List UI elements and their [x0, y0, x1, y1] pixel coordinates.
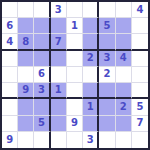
sudoku-board: 346154872346293112559793: [0, 0, 150, 150]
sudoku-digit: 7: [136, 118, 143, 128]
sudoku-cell-r3c2[interactable]: 8: [18, 34, 34, 50]
sudoku-digit: 2: [120, 102, 127, 112]
sudoku-digit: 9: [6, 135, 13, 145]
sudoku-digit: 4: [120, 53, 127, 63]
sudoku-cell-r3c7[interactable]: [99, 34, 115, 50]
sudoku-cell-r6c5[interactable]: [67, 83, 83, 99]
sudoku-cell-r8c8[interactable]: [116, 116, 132, 132]
sudoku-cell-r5c5[interactable]: [67, 67, 83, 83]
sudoku-cell-r4c7[interactable]: 3: [99, 51, 115, 67]
sudoku-cell-r9c6[interactable]: 3: [83, 132, 99, 148]
sudoku-cell-r4c6[interactable]: 2: [83, 51, 99, 67]
sudoku-cell-r6c4[interactable]: 1: [51, 83, 67, 99]
sudoku-digit: 2: [103, 69, 110, 79]
sudoku-cell-r3c5[interactable]: [67, 34, 83, 50]
sudoku-digit: 8: [22, 37, 29, 47]
sudoku-digit: 3: [55, 5, 62, 15]
sudoku-cell-r5c4[interactable]: [51, 67, 67, 83]
sudoku-digit: 4: [136, 5, 143, 15]
sudoku-cell-r2c5[interactable]: 1: [67, 18, 83, 34]
sudoku-cell-r5c9[interactable]: [132, 67, 148, 83]
sudoku-cell-r7c9[interactable]: 5: [132, 99, 148, 115]
sudoku-cell-r3c9[interactable]: [132, 34, 148, 50]
sudoku-cell-r1c2[interactable]: [18, 2, 34, 18]
sudoku-cell-r9c4[interactable]: [51, 132, 67, 148]
sudoku-cell-r2c8[interactable]: [116, 18, 132, 34]
sudoku-digit: 5: [103, 21, 110, 31]
sudoku-cell-r8c9[interactable]: 7: [132, 116, 148, 132]
sudoku-cell-r3c4[interactable]: 7: [51, 34, 67, 50]
sudoku-cell-r7c1[interactable]: [2, 99, 18, 115]
sudoku-cell-r6c7[interactable]: [99, 83, 115, 99]
sudoku-cell-r8c4[interactable]: [51, 116, 67, 132]
sudoku-cell-r5c3[interactable]: 6: [34, 67, 50, 83]
sudoku-cell-r4c3[interactable]: [34, 51, 50, 67]
sudoku-cell-r5c6[interactable]: [83, 67, 99, 83]
sudoku-cell-r5c8[interactable]: [116, 67, 132, 83]
sudoku-digit: 3: [103, 53, 110, 63]
sudoku-cell-r4c1[interactable]: [2, 51, 18, 67]
sudoku-cell-r8c3[interactable]: 5: [34, 116, 50, 132]
sudoku-cell-r9c8[interactable]: [116, 132, 132, 148]
sudoku-cell-r1c6[interactable]: [83, 2, 99, 18]
sudoku-digit: 9: [22, 85, 29, 95]
sudoku-cell-r6c2[interactable]: 9: [18, 83, 34, 99]
sudoku-cell-r1c3[interactable]: [34, 2, 50, 18]
sudoku-cell-r2c2[interactable]: [18, 18, 34, 34]
sudoku-digit: 3: [87, 135, 94, 145]
sudoku-cell-r1c4[interactable]: 3: [51, 2, 67, 18]
sudoku-cell-r6c8[interactable]: [116, 83, 132, 99]
sudoku-cell-r8c5[interactable]: 9: [67, 116, 83, 132]
sudoku-cell-r9c5[interactable]: [67, 132, 83, 148]
sudoku-cell-r3c8[interactable]: [116, 34, 132, 50]
sudoku-cell-r8c1[interactable]: [2, 116, 18, 132]
sudoku-digit: 1: [87, 102, 94, 112]
sudoku-cell-r5c1[interactable]: [2, 67, 18, 83]
sudoku-cell-r2c3[interactable]: [34, 18, 50, 34]
sudoku-cell-r1c8[interactable]: [116, 2, 132, 18]
sudoku-cell-r6c3[interactable]: 3: [34, 83, 50, 99]
sudoku-cell-r2c7[interactable]: 5: [99, 18, 115, 34]
sudoku-digit: 5: [136, 102, 143, 112]
sudoku-digit: 5: [38, 118, 45, 128]
sudoku-cell-r7c7[interactable]: [99, 99, 115, 115]
sudoku-digit: 1: [71, 21, 78, 31]
sudoku-cell-r2c9[interactable]: [132, 18, 148, 34]
sudoku-cell-r2c4[interactable]: [51, 18, 67, 34]
sudoku-cell-r4c4[interactable]: [51, 51, 67, 67]
sudoku-cell-r3c3[interactable]: [34, 34, 50, 50]
sudoku-cell-r1c9[interactable]: 4: [132, 2, 148, 18]
sudoku-cell-r9c3[interactable]: [34, 132, 50, 148]
sudoku-digit: 7: [55, 37, 62, 47]
sudoku-cell-r9c1[interactable]: 9: [2, 132, 18, 148]
sudoku-cell-r7c8[interactable]: 2: [116, 99, 132, 115]
sudoku-cell-r1c7[interactable]: [99, 2, 115, 18]
sudoku-cell-r1c1[interactable]: [2, 2, 18, 18]
sudoku-cell-r6c6[interactable]: [83, 83, 99, 99]
sudoku-digit: 2: [87, 53, 94, 63]
sudoku-cell-r8c6[interactable]: [83, 116, 99, 132]
sudoku-digit: 1: [55, 85, 62, 95]
sudoku-cell-r9c9[interactable]: [132, 132, 148, 148]
sudoku-cell-r9c7[interactable]: [99, 132, 115, 148]
sudoku-cell-r8c7[interactable]: [99, 116, 115, 132]
sudoku-cell-r5c2[interactable]: [18, 67, 34, 83]
sudoku-cell-r3c6[interactable]: [83, 34, 99, 50]
sudoku-digit: 6: [38, 69, 45, 79]
sudoku-cell-r4c2[interactable]: [18, 51, 34, 67]
sudoku-cell-r3c1[interactable]: 4: [2, 34, 18, 50]
sudoku-cell-r4c9[interactable]: [132, 51, 148, 67]
sudoku-cell-r4c5[interactable]: [67, 51, 83, 67]
sudoku-cell-r7c6[interactable]: 1: [83, 99, 99, 115]
sudoku-digit: 6: [6, 21, 13, 31]
sudoku-digit: 4: [6, 37, 13, 47]
sudoku-cell-r7c3[interactable]: [34, 99, 50, 115]
sudoku-cell-r9c2[interactable]: [18, 132, 34, 148]
sudoku-cell-r6c1[interactable]: [2, 83, 18, 99]
sudoku-digit: 3: [38, 85, 45, 95]
sudoku-cell-r7c2[interactable]: [18, 99, 34, 115]
sudoku-cell-r2c6[interactable]: [83, 18, 99, 34]
sudoku-cell-r8c2[interactable]: [18, 116, 34, 132]
sudoku-cell-r2c1[interactable]: 6: [2, 18, 18, 34]
sudoku-digit: 9: [71, 118, 78, 128]
sudoku-cell-r6c9[interactable]: [132, 83, 148, 99]
sudoku-cell-r1c5[interactable]: [67, 2, 83, 18]
sudoku-cell-r7c5[interactable]: [67, 99, 83, 115]
sudoku-cell-r5c7[interactable]: 2: [99, 67, 115, 83]
sudoku-cell-r4c8[interactable]: 4: [116, 51, 132, 67]
sudoku-cell-r7c4[interactable]: [51, 99, 67, 115]
